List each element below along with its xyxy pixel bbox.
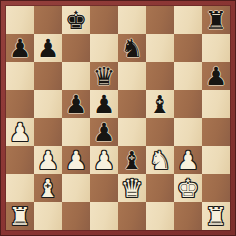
square-d2[interactable] — [90, 174, 118, 202]
square-e3[interactable]: ♝ — [118, 146, 146, 174]
square-a8[interactable] — [6, 6, 34, 34]
square-h5[interactable] — [202, 90, 230, 118]
square-d5[interactable]: ♟ — [90, 90, 118, 118]
piece-white-pawn[interactable]: ♟ — [62, 146, 90, 174]
square-h2[interactable] — [202, 174, 230, 202]
square-g7[interactable] — [174, 34, 202, 62]
square-h6[interactable]: ♟ — [202, 62, 230, 90]
piece-white-pawn[interactable]: ♟ — [90, 146, 118, 174]
square-d4[interactable]: ♟ — [90, 118, 118, 146]
square-g6[interactable] — [174, 62, 202, 90]
square-c4[interactable] — [62, 118, 90, 146]
square-b1[interactable] — [34, 202, 62, 230]
square-e2[interactable]: ♛ — [118, 174, 146, 202]
square-b2[interactable]: ♝ — [34, 174, 62, 202]
square-a2[interactable] — [6, 174, 34, 202]
piece-black-pawn[interactable]: ♟ — [34, 34, 62, 62]
piece-black-rook[interactable]: ♜ — [202, 6, 230, 34]
square-f6[interactable] — [146, 62, 174, 90]
square-b3[interactable]: ♟ — [34, 146, 62, 174]
square-h7[interactable] — [202, 34, 230, 62]
square-b8[interactable] — [34, 6, 62, 34]
piece-black-knight[interactable]: ♞ — [118, 34, 146, 62]
square-b6[interactable] — [34, 62, 62, 90]
square-a3[interactable] — [6, 146, 34, 174]
square-e5[interactable] — [118, 90, 146, 118]
piece-black-king[interactable]: ♚ — [62, 6, 90, 34]
square-c2[interactable] — [62, 174, 90, 202]
square-h4[interactable] — [202, 118, 230, 146]
piece-white-bishop[interactable]: ♝ — [34, 174, 62, 202]
square-a4[interactable]: ♟ — [6, 118, 34, 146]
square-h8[interactable]: ♜ — [202, 6, 230, 34]
piece-white-rook[interactable]: ♜ — [6, 202, 34, 230]
square-e4[interactable] — [118, 118, 146, 146]
square-f8[interactable] — [146, 6, 174, 34]
square-d6[interactable]: ♛ — [90, 62, 118, 90]
square-d3[interactable]: ♟ — [90, 146, 118, 174]
square-f4[interactable] — [146, 118, 174, 146]
square-c7[interactable] — [62, 34, 90, 62]
square-b4[interactable] — [34, 118, 62, 146]
square-c5[interactable]: ♟ — [62, 90, 90, 118]
piece-white-queen[interactable]: ♛ — [118, 174, 146, 202]
square-f2[interactable] — [146, 174, 174, 202]
square-e6[interactable] — [118, 62, 146, 90]
piece-white-pawn[interactable]: ♟ — [174, 146, 202, 174]
piece-black-pawn[interactable]: ♟ — [90, 90, 118, 118]
square-f3[interactable]: ♞ — [146, 146, 174, 174]
square-a6[interactable] — [6, 62, 34, 90]
piece-black-pawn[interactable]: ♟ — [62, 90, 90, 118]
piece-black-bishop[interactable]: ♝ — [146, 90, 174, 118]
piece-black-pawn[interactable]: ♟ — [90, 118, 118, 146]
square-b5[interactable] — [34, 90, 62, 118]
square-g5[interactable] — [174, 90, 202, 118]
chess-board-frame: ♚♜♟♟♞♛♟♟♟♝♟♟♟♟♟♝♞♟♝♛♚♜♜ — [0, 0, 236, 236]
square-e1[interactable] — [118, 202, 146, 230]
square-d8[interactable] — [90, 6, 118, 34]
piece-white-rook[interactable]: ♜ — [202, 202, 230, 230]
piece-white-pawn[interactable]: ♟ — [34, 146, 62, 174]
square-g2[interactable]: ♚ — [174, 174, 202, 202]
piece-black-pawn[interactable]: ♟ — [6, 34, 34, 62]
square-g4[interactable] — [174, 118, 202, 146]
chess-board: ♚♜♟♟♞♛♟♟♟♝♟♟♟♟♟♝♞♟♝♛♚♜♜ — [6, 6, 230, 230]
piece-black-queen[interactable]: ♛ — [90, 62, 118, 90]
piece-black-bishop[interactable]: ♝ — [118, 146, 146, 174]
piece-white-king[interactable]: ♚ — [174, 174, 202, 202]
square-b7[interactable]: ♟ — [34, 34, 62, 62]
square-c1[interactable] — [62, 202, 90, 230]
square-c6[interactable] — [62, 62, 90, 90]
square-h3[interactable] — [202, 146, 230, 174]
square-f1[interactable] — [146, 202, 174, 230]
square-f5[interactable]: ♝ — [146, 90, 174, 118]
square-g3[interactable]: ♟ — [174, 146, 202, 174]
square-f7[interactable] — [146, 34, 174, 62]
square-d1[interactable] — [90, 202, 118, 230]
square-e7[interactable]: ♞ — [118, 34, 146, 62]
square-c3[interactable]: ♟ — [62, 146, 90, 174]
square-g1[interactable] — [174, 202, 202, 230]
square-a1[interactable]: ♜ — [6, 202, 34, 230]
piece-black-pawn[interactable]: ♟ — [202, 62, 230, 90]
square-a7[interactable]: ♟ — [6, 34, 34, 62]
square-e8[interactable] — [118, 6, 146, 34]
square-c8[interactable]: ♚ — [62, 6, 90, 34]
square-a5[interactable] — [6, 90, 34, 118]
square-h1[interactable]: ♜ — [202, 202, 230, 230]
piece-white-pawn[interactable]: ♟ — [6, 118, 34, 146]
square-g8[interactable] — [174, 6, 202, 34]
piece-white-knight[interactable]: ♞ — [146, 146, 174, 174]
square-d7[interactable] — [90, 34, 118, 62]
